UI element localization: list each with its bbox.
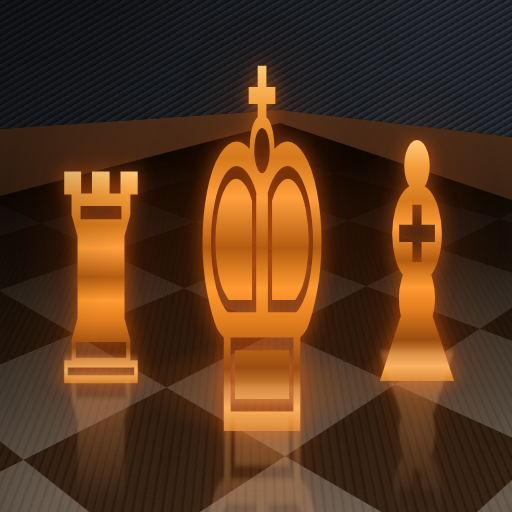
chess-app-icon: ♜ ♜ ♚ ♚ ♝ ♝ xyxy=(0,0,512,512)
piece-bishop[interactable]: ♝ ♝ xyxy=(252,102,512,432)
bishop-reflection: ♝ xyxy=(338,300,496,512)
